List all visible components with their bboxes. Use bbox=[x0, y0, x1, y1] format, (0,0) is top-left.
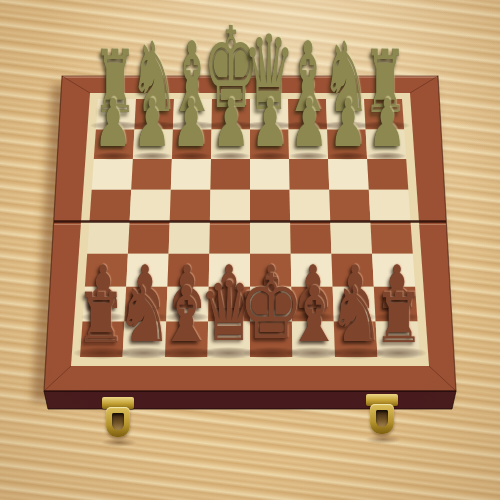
chess-board-box bbox=[0, 0, 500, 500]
latch-hole bbox=[112, 413, 124, 430]
chess-set-product-photo: ♜♞♝♚♛♝♞♜♟♟♟♟♟♟♟♟♟♟♟♟♟♟♟♟♜♞♝♛♚♝♞♜ bbox=[0, 0, 500, 500]
latch-loop-icon bbox=[370, 404, 394, 434]
brass-clasp-right bbox=[366, 394, 398, 434]
latch-loop-icon bbox=[106, 407, 130, 437]
board-svg bbox=[0, 0, 500, 500]
latch-hole bbox=[376, 410, 388, 427]
brass-clasp-left bbox=[102, 397, 134, 437]
squares-grain bbox=[80, 99, 420, 357]
latch-shadow-right bbox=[365, 435, 401, 444]
latch-shadow-left bbox=[101, 438, 137, 447]
